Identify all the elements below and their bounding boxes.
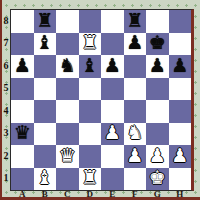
white-king-icon: ♚ — [149, 168, 166, 187]
square-h6[interactable]: ♟ — [169, 55, 192, 78]
rank-label-8: 8 — [2, 9, 10, 32]
square-g1[interactable]: ♚ — [146, 168, 169, 191]
square-g2[interactable]: ♟ — [146, 145, 169, 168]
square-c5[interactable] — [56, 78, 79, 101]
square-a2[interactable] — [11, 145, 34, 168]
square-f4[interactable] — [124, 100, 147, 123]
square-c2[interactable]: ♛ — [56, 145, 79, 168]
square-e2[interactable] — [101, 145, 124, 168]
square-e3[interactable]: ♟ — [101, 123, 124, 146]
square-f1[interactable] — [124, 168, 147, 191]
square-e8[interactable] — [101, 10, 124, 33]
square-g5[interactable] — [146, 78, 169, 101]
square-e1[interactable] — [101, 168, 124, 191]
square-c4[interactable] — [56, 100, 79, 123]
square-b6[interactable] — [34, 55, 57, 78]
square-f7[interactable]: ♟ — [124, 33, 147, 56]
white-rook-icon: ♜ — [81, 168, 98, 187]
square-g4[interactable] — [146, 100, 169, 123]
square-g3[interactable] — [146, 123, 169, 146]
square-h4[interactable] — [169, 100, 192, 123]
file-label-b: B — [34, 190, 57, 199]
square-f2[interactable]: ♟ — [124, 145, 147, 168]
square-h3[interactable] — [169, 123, 192, 146]
square-a7[interactable] — [11, 33, 34, 56]
black-pawn-icon: ♟ — [126, 33, 143, 52]
square-d4[interactable] — [79, 100, 102, 123]
square-c1[interactable] — [56, 168, 79, 191]
white-knight-icon: ♞ — [126, 123, 143, 142]
white-bishop-icon: ♝ — [36, 168, 53, 187]
square-d6[interactable]: ♝ — [79, 55, 102, 78]
square-b7[interactable]: ♝ — [34, 33, 57, 56]
rank-label-5: 5 — [2, 77, 10, 100]
square-h7[interactable] — [169, 33, 192, 56]
square-f6[interactable] — [124, 55, 147, 78]
black-knight-icon: ♞ — [59, 56, 76, 75]
rank-label-7: 7 — [2, 32, 10, 55]
square-h5[interactable] — [169, 78, 192, 101]
white-rook-icon: ♜ — [81, 33, 98, 52]
square-b4[interactable] — [34, 100, 57, 123]
black-queen-icon: ♛ — [14, 123, 31, 142]
square-d7[interactable]: ♜ — [79, 33, 102, 56]
square-h1[interactable] — [169, 168, 192, 191]
square-e7[interactable] — [101, 33, 124, 56]
square-d2[interactable] — [79, 145, 102, 168]
file-label-f: F — [124, 190, 147, 199]
white-pawn-icon: ♟ — [104, 123, 121, 142]
black-rook-icon: ♜ — [36, 11, 53, 30]
rank-label-3: 3 — [2, 122, 10, 145]
square-d1[interactable]: ♜ — [79, 168, 102, 191]
black-rook-icon: ♜ — [126, 11, 143, 30]
black-bishop-icon: ♝ — [36, 33, 53, 52]
square-a8[interactable] — [11, 10, 34, 33]
file-label-h: H — [169, 190, 192, 199]
white-pawn-icon: ♟ — [126, 146, 143, 165]
square-b3[interactable] — [34, 123, 57, 146]
square-h8[interactable] — [169, 10, 192, 33]
black-king-icon: ♚ — [149, 33, 166, 52]
square-e4[interactable] — [101, 100, 124, 123]
square-a3[interactable]: ♛ — [11, 123, 34, 146]
square-d8[interactable] — [79, 10, 102, 33]
square-c7[interactable] — [56, 33, 79, 56]
black-bishop-icon: ♝ — [81, 56, 98, 75]
file-label-g: G — [146, 190, 169, 199]
file-label-d: D — [79, 190, 102, 199]
square-d5[interactable] — [79, 78, 102, 101]
file-label-e: E — [101, 190, 124, 199]
black-pawn-icon: ♟ — [149, 56, 166, 75]
square-g7[interactable]: ♚ — [146, 33, 169, 56]
square-c6[interactable]: ♞ — [56, 55, 79, 78]
square-f5[interactable] — [124, 78, 147, 101]
square-b5[interactable] — [34, 78, 57, 101]
board-frame: ♜♜♝♜♟♚♟♞♝♟♟♟♛♟♞♛♟♟♟♝♜♚ 87654321 ABCDEFGH — [0, 0, 200, 200]
square-f8[interactable]: ♜ — [124, 10, 147, 33]
square-f3[interactable]: ♞ — [124, 123, 147, 146]
square-a5[interactable] — [11, 78, 34, 101]
square-g8[interactable] — [146, 10, 169, 33]
rank-label-1: 1 — [2, 167, 10, 190]
black-pawn-icon: ♟ — [14, 56, 31, 75]
square-b1[interactable]: ♝ — [34, 168, 57, 191]
white-queen-icon: ♛ — [59, 146, 76, 165]
square-b2[interactable] — [34, 145, 57, 168]
rank-label-6: 6 — [2, 54, 10, 77]
black-pawn-icon: ♟ — [171, 56, 188, 75]
square-a4[interactable] — [11, 100, 34, 123]
square-h2[interactable]: ♟ — [169, 145, 192, 168]
square-a1[interactable] — [11, 168, 34, 191]
file-label-a: A — [11, 190, 34, 199]
square-b8[interactable]: ♜ — [34, 10, 57, 33]
square-e6[interactable]: ♟ — [101, 55, 124, 78]
square-e5[interactable] — [101, 78, 124, 101]
rank-label-4: 4 — [2, 99, 10, 122]
chess-board: ♜♜♝♜♟♚♟♞♝♟♟♟♛♟♞♛♟♟♟♝♜♚ — [10, 9, 194, 191]
black-pawn-icon: ♟ — [104, 56, 121, 75]
rank-label-2: 2 — [2, 144, 10, 167]
square-c3[interactable] — [56, 123, 79, 146]
square-d3[interactable] — [79, 123, 102, 146]
square-c8[interactable] — [56, 10, 79, 33]
white-pawn-icon: ♟ — [149, 146, 166, 165]
white-pawn-icon: ♟ — [171, 146, 188, 165]
square-a6[interactable]: ♟ — [11, 55, 34, 78]
file-label-c: C — [56, 190, 79, 199]
square-g6[interactable]: ♟ — [146, 55, 169, 78]
